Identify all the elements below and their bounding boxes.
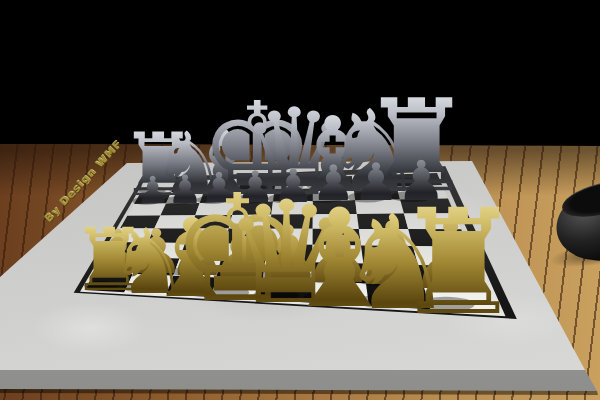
pieces-layer: ♜♞♝♚♛♝♞♜♟♟♟♟♟♟♟♟♟♟♟♟♟♟♟♟♜♞♝♚♛♝♞♜ [0, 0, 600, 400]
piece-gold-rook: ♜ [371, 190, 546, 336]
scene: By Design WMF ♜♞♝♚♛♝♞♜♟♟♟♟♟♟♟♟♟♟♟♟♟♟♟♟♜♞… [0, 0, 600, 400]
